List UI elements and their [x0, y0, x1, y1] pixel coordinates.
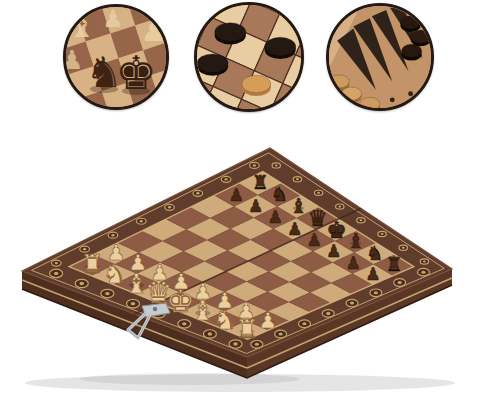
piece-black-pawn-h7: ♟	[365, 264, 381, 284]
piece-black-bishop-f8: ♝	[347, 229, 365, 253]
piece-white-rook-a1: ♜	[81, 249, 104, 279]
frame-motif-dot	[423, 260, 426, 262]
frame-motif-dot	[253, 164, 256, 166]
piece-black-king-e8: ♚	[326, 217, 347, 243]
frame-motif-dot	[302, 322, 306, 325]
frame-motif-dot	[350, 302, 354, 305]
piece-white-bishop-f1: ♝	[190, 295, 214, 326]
frame-motif-dot	[398, 281, 402, 284]
product-photo: ♝♟♟♟♞♚ ♜♞♝♛♚♝♞♜♟♟♟♟♟♟♟♟♟♟♟♟♟♟♟♟♜♞♝♛♚♝♞♜	[0, 0, 500, 400]
piece-black-bishop-c8: ♝	[289, 194, 307, 218]
piece-white-knight-g1: ♞	[213, 304, 237, 335]
chess-board: ♜♞♝♛♚♝♞♜♟♟♟♟♟♟♟♟♟♟♟♟♟♟♟♟♜♞♝♛♚♝♞♜	[0, 0, 500, 400]
piece-black-pawn-b7: ♟	[248, 196, 264, 216]
piece-black-pawn-d7: ♟	[287, 219, 303, 239]
frame-motif-dot	[275, 164, 278, 166]
piece-black-knight-b8: ♞	[271, 183, 289, 206]
frame-motif-dot	[196, 192, 199, 194]
piece-black-pawn-a7: ♟	[229, 185, 245, 205]
piece-black-queen-d8: ♛	[307, 205, 327, 231]
frame-motif-dot	[296, 178, 299, 180]
frame-motif-dot	[79, 282, 84, 285]
frame-motif-dot	[131, 302, 136, 305]
frame-motif-dot	[374, 291, 378, 294]
frame-motif-dot	[55, 262, 58, 264]
frame-motif-dot	[54, 272, 59, 275]
piece-black-pawn-f7: ♟	[326, 241, 342, 261]
piece-white-rook-h1: ♜	[235, 314, 258, 344]
piece-black-pawn-g7: ♟	[346, 253, 362, 273]
frame-motif-dot	[168, 206, 171, 208]
frame-motif-dot	[279, 332, 283, 335]
frame-motif-dot	[359, 219, 362, 221]
piece-black-pawn-e7: ♟	[307, 230, 323, 250]
frame-motif-dot	[402, 247, 405, 249]
frame-motif-dot	[224, 178, 227, 180]
piece-black-rook-a8: ♜	[252, 171, 269, 193]
frame-motif-dot	[105, 292, 110, 295]
piece-white-knight-b1: ♞	[102, 258, 126, 289]
piece-black-rook-h8: ♜	[385, 253, 402, 275]
frame-motif-dot	[381, 233, 384, 235]
frame-motif-dot	[317, 192, 320, 194]
frame-motif-dot	[338, 206, 341, 208]
ground-shadow-soft	[80, 373, 300, 385]
frame-motif-dot	[421, 271, 425, 274]
piece-black-knight-g8: ♞	[366, 242, 384, 265]
frame-motif-dot	[111, 234, 114, 236]
frame-motif-dot	[208, 332, 213, 335]
piece-black-pawn-c7: ♟	[268, 207, 284, 227]
frame-motif-dot	[140, 220, 143, 222]
frame-motif-dot	[182, 322, 187, 325]
piece-white-pawn-h2: ♟	[258, 308, 277, 333]
frame-motif-dot	[326, 312, 330, 315]
